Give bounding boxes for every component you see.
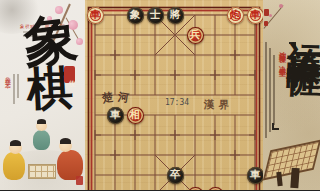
child-hair xyxy=(10,140,21,146)
child-hair xyxy=(37,119,46,124)
micro-text-column xyxy=(273,55,275,125)
child-hair xyxy=(60,138,71,144)
poster-seal xyxy=(264,9,269,16)
piece-red-chariot-b[interactable]: 車 xyxy=(247,7,264,24)
bud-icon xyxy=(279,4,283,8)
piece-red-piece-cutoff-2[interactable] xyxy=(207,187,224,191)
piece-black-advisor[interactable]: 士 xyxy=(147,7,164,24)
pieces-layer: 車象士將炮車兵車相卒車 xyxy=(85,5,263,190)
piece-red-cannon[interactable]: 炮 xyxy=(227,7,244,24)
piece-red-elephant[interactable]: 相 xyxy=(127,107,144,124)
piece-black-chariot-b[interactable]: 車 xyxy=(247,167,264,184)
micro-text-column xyxy=(13,74,15,104)
bracket-mark xyxy=(272,123,274,130)
piece-black-chariot-a[interactable]: 車 xyxy=(107,107,124,124)
micro-text-column xyxy=(265,42,267,138)
piece-red-piece-cutoff-1[interactable] xyxy=(187,187,204,191)
poster-side-text: 象棋艺术 xyxy=(3,72,12,80)
piece-black-elephant[interactable]: 象 xyxy=(127,7,144,24)
piece-black-general[interactable]: 將 xyxy=(167,7,184,24)
child-figure-yellow xyxy=(3,152,25,180)
piece-red-chariot-a[interactable]: 車 xyxy=(87,7,104,24)
right-poster: 计划筹谋，决胜千里 运筹帷幄 xyxy=(263,0,320,190)
poster-seal xyxy=(264,21,268,26)
micro-text-column xyxy=(17,74,19,98)
table-leg xyxy=(290,168,299,189)
corner-seal xyxy=(76,176,83,185)
micro-text-column xyxy=(269,48,271,132)
bud-icon xyxy=(269,14,272,17)
piece-black-soldier[interactable]: 卒 xyxy=(167,167,184,184)
piece-red-soldier[interactable]: 兵 xyxy=(187,27,204,44)
tradition-seal: 传统 xyxy=(64,66,75,83)
child-figure-teal xyxy=(33,130,50,150)
mini-chessboard-illustration xyxy=(28,164,56,179)
left-poster: 象棋对弈，闻名天下 象 棋 传统 象棋艺术 xyxy=(0,0,86,190)
xiangqi-board[interactable]: 楚河 漢界 17:34 車象士將炮車兵車相卒車 xyxy=(85,0,263,190)
xiangqi-app-screen: 象棋对弈，闻名天下 象 棋 传统 象棋艺术 xyxy=(0,0,320,190)
